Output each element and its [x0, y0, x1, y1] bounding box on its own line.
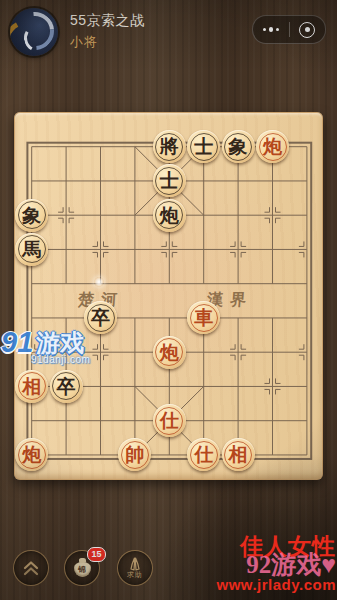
- piece-glyph: 炮: [22, 438, 41, 471]
- level-title: 55京索之战: [70, 12, 145, 30]
- piece-black-cannon[interactable]: 炮: [153, 199, 186, 232]
- piece-red-elephant[interactable]: 相: [15, 370, 48, 403]
- piece-black-elephant[interactable]: 象: [222, 130, 255, 163]
- piece-glyph: 仕: [160, 404, 179, 437]
- piece-glyph: 相: [22, 370, 41, 403]
- piece-black-elephant[interactable]: 象: [15, 199, 48, 232]
- watermark-overlay: 92游戏♥: [246, 548, 336, 581]
- piece-glyph: 仕: [194, 438, 213, 471]
- ask-help-button[interactable]: 求助: [117, 550, 153, 586]
- double-chevron-up-icon: [22, 560, 40, 577]
- piece-red-cannon[interactable]: 炮: [153, 336, 186, 369]
- three-dots-icon: [263, 27, 280, 32]
- hint-bag-button[interactable]: 锦 15: [64, 550, 100, 586]
- collapse-button[interactable]: [13, 550, 49, 586]
- app-screen: 55京索之战 小将 楚河 漢界 將士象炮士象炮馬卒車炮相卒仕炮帥仕相 91 游戏…: [0, 0, 337, 600]
- bag-count-badge: 15: [87, 547, 106, 562]
- piece-glyph: 卒: [91, 301, 110, 334]
- close-button[interactable]: [290, 16, 326, 43]
- target-circle-icon: [299, 22, 315, 38]
- piece-glyph: 炮: [160, 336, 179, 369]
- piece-red-cannon[interactable]: 炮: [256, 130, 289, 163]
- piece-red-elephant[interactable]: 相: [222, 438, 255, 471]
- piece-glyph: 將: [160, 130, 179, 163]
- piece-red-advisor[interactable]: 仕: [153, 404, 186, 437]
- piece-glyph: 士: [160, 164, 179, 197]
- piece-glyph: 象: [229, 130, 248, 163]
- watermark-site-name: 佳人女性: [216, 535, 336, 559]
- player-avatar[interactable]: [10, 8, 58, 56]
- praying-hands-icon: [127, 557, 143, 571]
- help-label: 求助: [127, 572, 143, 579]
- piece-glyph: 帥: [125, 438, 144, 471]
- piece-glyph: 士: [194, 130, 213, 163]
- piece-glyph: 炮: [263, 130, 282, 163]
- piece-black-soldier[interactable]: 卒: [50, 370, 83, 403]
- wechat-capsule: [252, 15, 326, 44]
- more-button[interactable]: [253, 16, 289, 43]
- rank-subtitle: 小将: [70, 33, 98, 51]
- piece-black-horse[interactable]: 馬: [15, 233, 48, 266]
- piece-glyph: 炮: [160, 199, 179, 232]
- piece-glyph: 相: [229, 438, 248, 471]
- bag-character: 锦: [78, 566, 86, 574]
- piece-glyph: 卒: [57, 370, 76, 403]
- piece-glyph: 馬: [22, 233, 41, 266]
- piece-glyph: 象: [22, 199, 41, 232]
- hint-sparkle: [94, 277, 104, 287]
- watermark-site-url: www.jrlady.com: [216, 576, 336, 593]
- money-bag-icon: 锦: [74, 562, 91, 577]
- xiangqi-board[interactable]: 楚河 漢界 將士象炮士象炮馬卒車炮相卒仕炮帥仕相: [14, 112, 323, 480]
- piece-glyph: 車: [194, 301, 213, 334]
- watermark-jrlady: 佳人女性 92游戏♥ www.jrlady.com: [216, 535, 336, 593]
- piece-black-general[interactable]: 將: [153, 130, 186, 163]
